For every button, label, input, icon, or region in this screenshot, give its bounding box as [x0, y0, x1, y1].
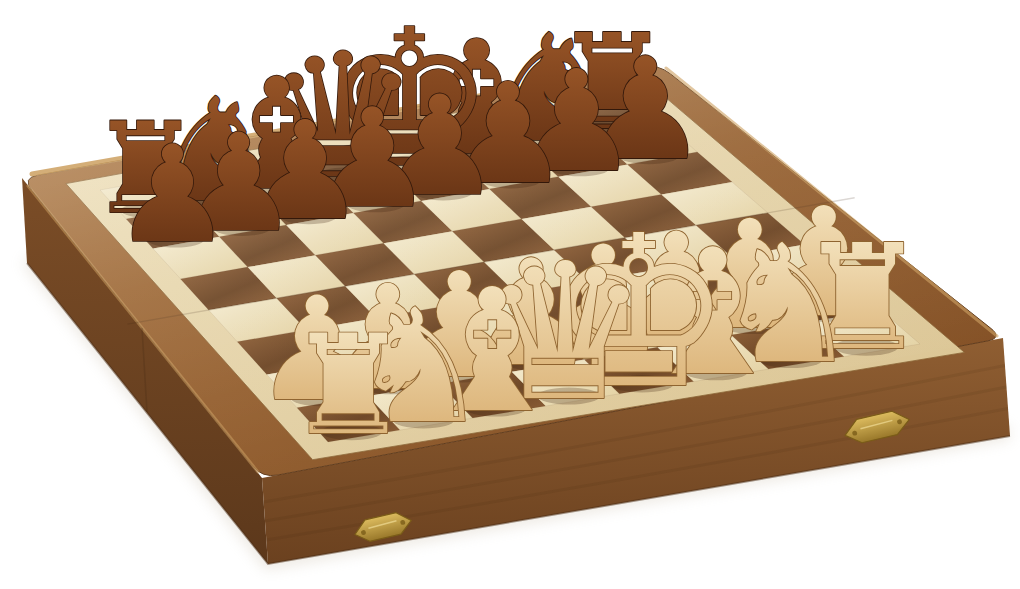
piece-black-pawn-a7[interactable]: ♟ [112, 117, 232, 273]
chess-set-photo: ♜♞♝♟♚♟♛♟♝♟♞♟♜♟♟♟♟♟♟♜♟♞♟♝♟♚♟♛♟♝♞♜ [0, 0, 1020, 589]
white-rook-glyph: ♜ [286, 305, 409, 465]
piece-white-rook-a1[interactable]: ♜ [286, 305, 409, 465]
black-pawn-glyph: ♟ [112, 117, 232, 273]
chess-board-scene: ♜♞♝♟♚♟♛♟♝♟♞♟♜♟♟♟♟♟♟♜♟♞♟♝♟♚♟♛♟♝♞♜ [0, 0, 1020, 589]
